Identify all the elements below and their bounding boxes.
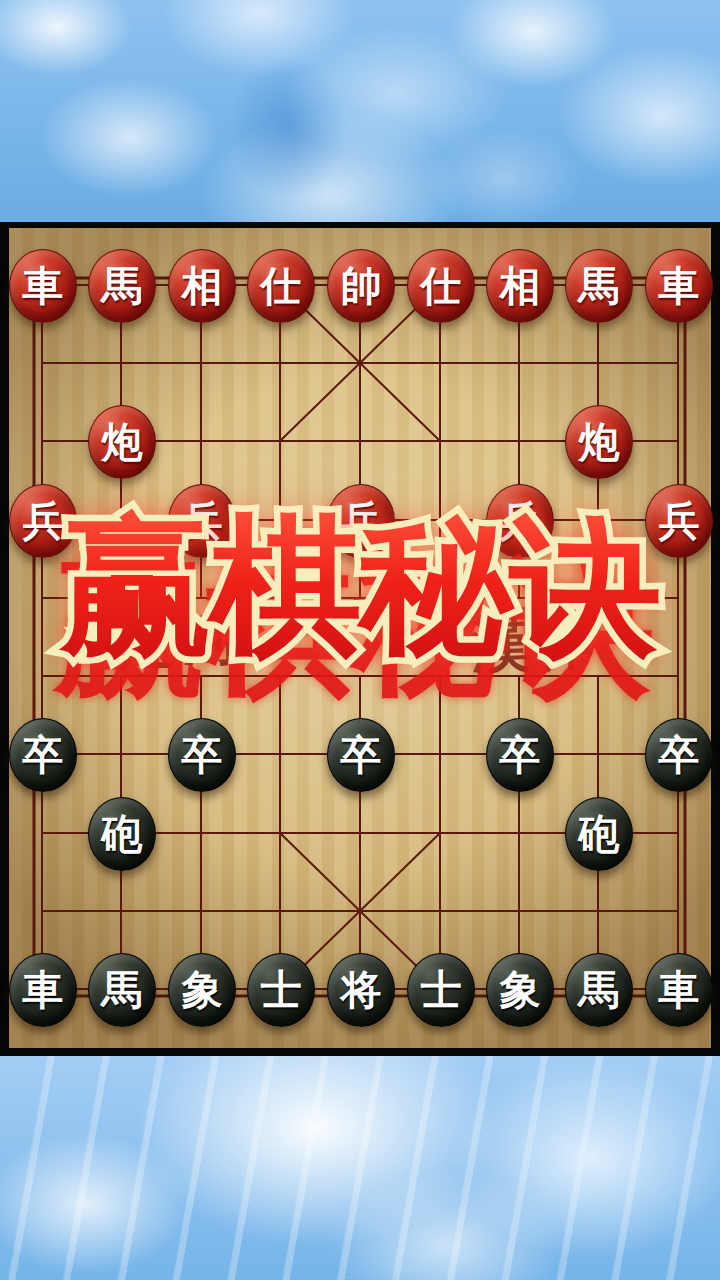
piece-red-elephant[interactable]: 相	[168, 249, 236, 323]
piece-black-cannon[interactable]: 砲	[565, 797, 633, 871]
piece-red-elephant[interactable]: 相	[486, 249, 554, 323]
piece-black-horse[interactable]: 馬	[88, 953, 156, 1027]
piece-red-soldier[interactable]: 兵	[168, 484, 236, 558]
piece-black-soldier[interactable]: 卒	[645, 718, 713, 792]
piece-red-soldier[interactable]: 兵	[645, 484, 713, 558]
piece-black-soldier[interactable]: 卒	[486, 718, 554, 792]
piece-black-chariot[interactable]: 車	[645, 953, 713, 1027]
river-label-chu: 楚河	[116, 599, 249, 681]
piece-black-cannon[interactable]: 砲	[88, 797, 156, 871]
piece-red-horse[interactable]: 馬	[88, 249, 156, 323]
water-background-bottom	[0, 1056, 720, 1280]
piece-black-advisor[interactable]: 士	[247, 953, 315, 1027]
piece-red-soldier[interactable]: 兵	[327, 484, 395, 558]
piece-black-soldier[interactable]: 卒	[9, 718, 77, 792]
water-background-top	[0, 0, 720, 222]
piece-black-elephant[interactable]: 象	[486, 953, 554, 1027]
piece-black-general[interactable]: 将	[327, 953, 395, 1027]
piece-red-soldier[interactable]: 兵	[9, 484, 77, 558]
piece-red-advisor[interactable]: 仕	[407, 249, 475, 323]
piece-red-cannon[interactable]: 炮	[88, 405, 156, 479]
piece-black-horse[interactable]: 馬	[565, 953, 633, 1027]
piece-red-general[interactable]: 帥	[327, 249, 395, 323]
piece-red-chariot[interactable]: 車	[9, 249, 77, 323]
river-label-han: 漢界	[470, 604, 603, 686]
piece-black-chariot[interactable]: 車	[9, 953, 77, 1027]
piece-black-soldier[interactable]: 卒	[327, 718, 395, 792]
xiangqi-board[interactable]: 楚河 漢界 車馬相仕帥仕相馬車炮炮兵兵兵兵兵卒卒卒卒卒砲砲車馬象士将士象馬車	[0, 222, 720, 1056]
piece-black-soldier[interactable]: 卒	[168, 718, 236, 792]
piece-red-soldier[interactable]: 兵	[486, 484, 554, 558]
piece-red-cannon[interactable]: 炮	[565, 405, 633, 479]
board-grid	[0, 222, 720, 1056]
piece-red-chariot[interactable]: 車	[645, 249, 713, 323]
piece-red-advisor[interactable]: 仕	[247, 249, 315, 323]
video-frame: 楚河 漢界 車馬相仕帥仕相馬車炮炮兵兵兵兵兵卒卒卒卒卒砲砲車馬象士将士象馬車 赢…	[0, 0, 720, 1280]
piece-red-horse[interactable]: 馬	[565, 249, 633, 323]
piece-black-elephant[interactable]: 象	[168, 953, 236, 1027]
piece-black-advisor[interactable]: 士	[407, 953, 475, 1027]
